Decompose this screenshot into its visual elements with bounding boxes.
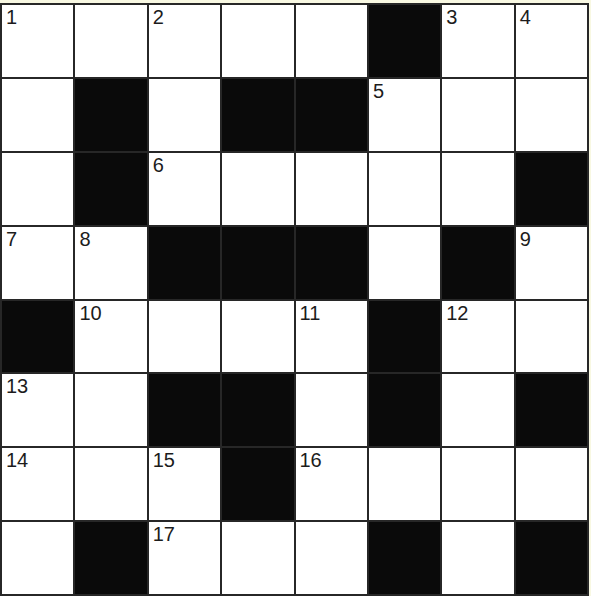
white-cell-r7c6[interactable] xyxy=(369,448,440,520)
white-cell-r1c8[interactable]: 4 xyxy=(516,5,587,77)
white-cell-r8c3[interactable]: 17 xyxy=(149,522,220,594)
black-cell-r8c8 xyxy=(516,522,587,594)
clue-number-9: 9 xyxy=(520,228,531,250)
black-cell-r6c4 xyxy=(222,374,293,446)
black-cell-r8c6 xyxy=(369,522,440,594)
white-cell-r3c5[interactable] xyxy=(296,153,367,225)
white-cell-r1c2[interactable] xyxy=(75,5,146,77)
white-cell-r5c2[interactable]: 10 xyxy=(75,301,146,373)
white-cell-r8c1[interactable] xyxy=(2,522,73,594)
black-cell-r4c4 xyxy=(222,227,293,299)
black-cell-r4c3 xyxy=(149,227,220,299)
black-cell-r7c4 xyxy=(222,448,293,520)
clue-number-5: 5 xyxy=(373,80,384,102)
white-cell-r1c7[interactable]: 3 xyxy=(442,5,513,77)
crossword-board: 1234567891011121314151617 xyxy=(0,3,589,596)
white-cell-r4c6[interactable] xyxy=(369,227,440,299)
white-cell-r7c8[interactable] xyxy=(516,448,587,520)
white-cell-r5c8[interactable] xyxy=(516,301,587,373)
clue-number-10: 10 xyxy=(79,302,101,324)
clue-number-13: 13 xyxy=(6,375,28,397)
black-cell-r3c2 xyxy=(75,153,146,225)
black-cell-r1c6 xyxy=(369,5,440,77)
black-cell-r6c3 xyxy=(149,374,220,446)
black-cell-r4c7 xyxy=(442,227,513,299)
white-cell-r2c7[interactable] xyxy=(442,79,513,151)
clue-number-6: 6 xyxy=(153,154,164,176)
white-cell-r5c4[interactable] xyxy=(222,301,293,373)
black-cell-r6c8 xyxy=(516,374,587,446)
white-cell-r7c7[interactable] xyxy=(442,448,513,520)
white-cell-r2c6[interactable]: 5 xyxy=(369,79,440,151)
white-cell-r8c4[interactable] xyxy=(222,522,293,594)
black-cell-r4c5 xyxy=(296,227,367,299)
white-cell-r7c1[interactable]: 14 xyxy=(2,448,73,520)
clue-number-2: 2 xyxy=(153,6,164,28)
white-cell-r1c5[interactable] xyxy=(296,5,367,77)
black-cell-r2c2 xyxy=(75,79,146,151)
black-cell-r2c4 xyxy=(222,79,293,151)
white-cell-r2c8[interactable] xyxy=(516,79,587,151)
white-cell-r7c2[interactable] xyxy=(75,448,146,520)
clue-number-3: 3 xyxy=(446,6,457,28)
white-cell-r1c1[interactable]: 1 xyxy=(2,5,73,77)
clue-number-15: 15 xyxy=(153,449,175,471)
white-cell-r7c5[interactable]: 16 xyxy=(296,448,367,520)
clue-number-1: 1 xyxy=(6,6,17,28)
white-cell-r1c4[interactable] xyxy=(222,5,293,77)
white-cell-r4c2[interactable]: 8 xyxy=(75,227,146,299)
clue-number-8: 8 xyxy=(79,228,90,250)
black-cell-r2c5 xyxy=(296,79,367,151)
clue-number-11: 11 xyxy=(300,302,321,324)
black-cell-r3c8 xyxy=(516,153,587,225)
clue-number-14: 14 xyxy=(6,449,28,471)
white-cell-r6c1[interactable]: 13 xyxy=(2,374,73,446)
white-cell-r5c5[interactable]: 11 xyxy=(296,301,367,373)
white-cell-r5c7[interactable]: 12 xyxy=(442,301,513,373)
white-cell-r7c3[interactable]: 15 xyxy=(149,448,220,520)
black-cell-r5c6 xyxy=(369,301,440,373)
clue-number-7: 7 xyxy=(6,228,17,250)
clue-number-17: 17 xyxy=(153,523,175,545)
black-cell-r5c1 xyxy=(2,301,73,373)
white-cell-r3c1[interactable] xyxy=(2,153,73,225)
white-cell-r3c7[interactable] xyxy=(442,153,513,225)
white-cell-r4c1[interactable]: 7 xyxy=(2,227,73,299)
white-cell-r8c7[interactable] xyxy=(442,522,513,594)
white-cell-r4c8[interactable]: 9 xyxy=(516,227,587,299)
white-cell-r5c3[interactable] xyxy=(149,301,220,373)
black-cell-r6c6 xyxy=(369,374,440,446)
black-cell-r8c2 xyxy=(75,522,146,594)
white-cell-r3c3[interactable]: 6 xyxy=(149,153,220,225)
clue-number-4: 4 xyxy=(520,6,531,28)
white-cell-r6c2[interactable] xyxy=(75,374,146,446)
white-cell-r6c5[interactable] xyxy=(296,374,367,446)
white-cell-r6c7[interactable] xyxy=(442,374,513,446)
clue-number-16: 16 xyxy=(300,449,322,471)
white-cell-r3c4[interactable] xyxy=(222,153,293,225)
white-cell-r2c3[interactable] xyxy=(149,79,220,151)
white-cell-r1c3[interactable]: 2 xyxy=(149,5,220,77)
white-cell-r8c5[interactable] xyxy=(296,522,367,594)
clue-number-12: 12 xyxy=(446,302,468,324)
white-cell-r3c6[interactable] xyxy=(369,153,440,225)
white-cell-r2c1[interactable] xyxy=(2,79,73,151)
